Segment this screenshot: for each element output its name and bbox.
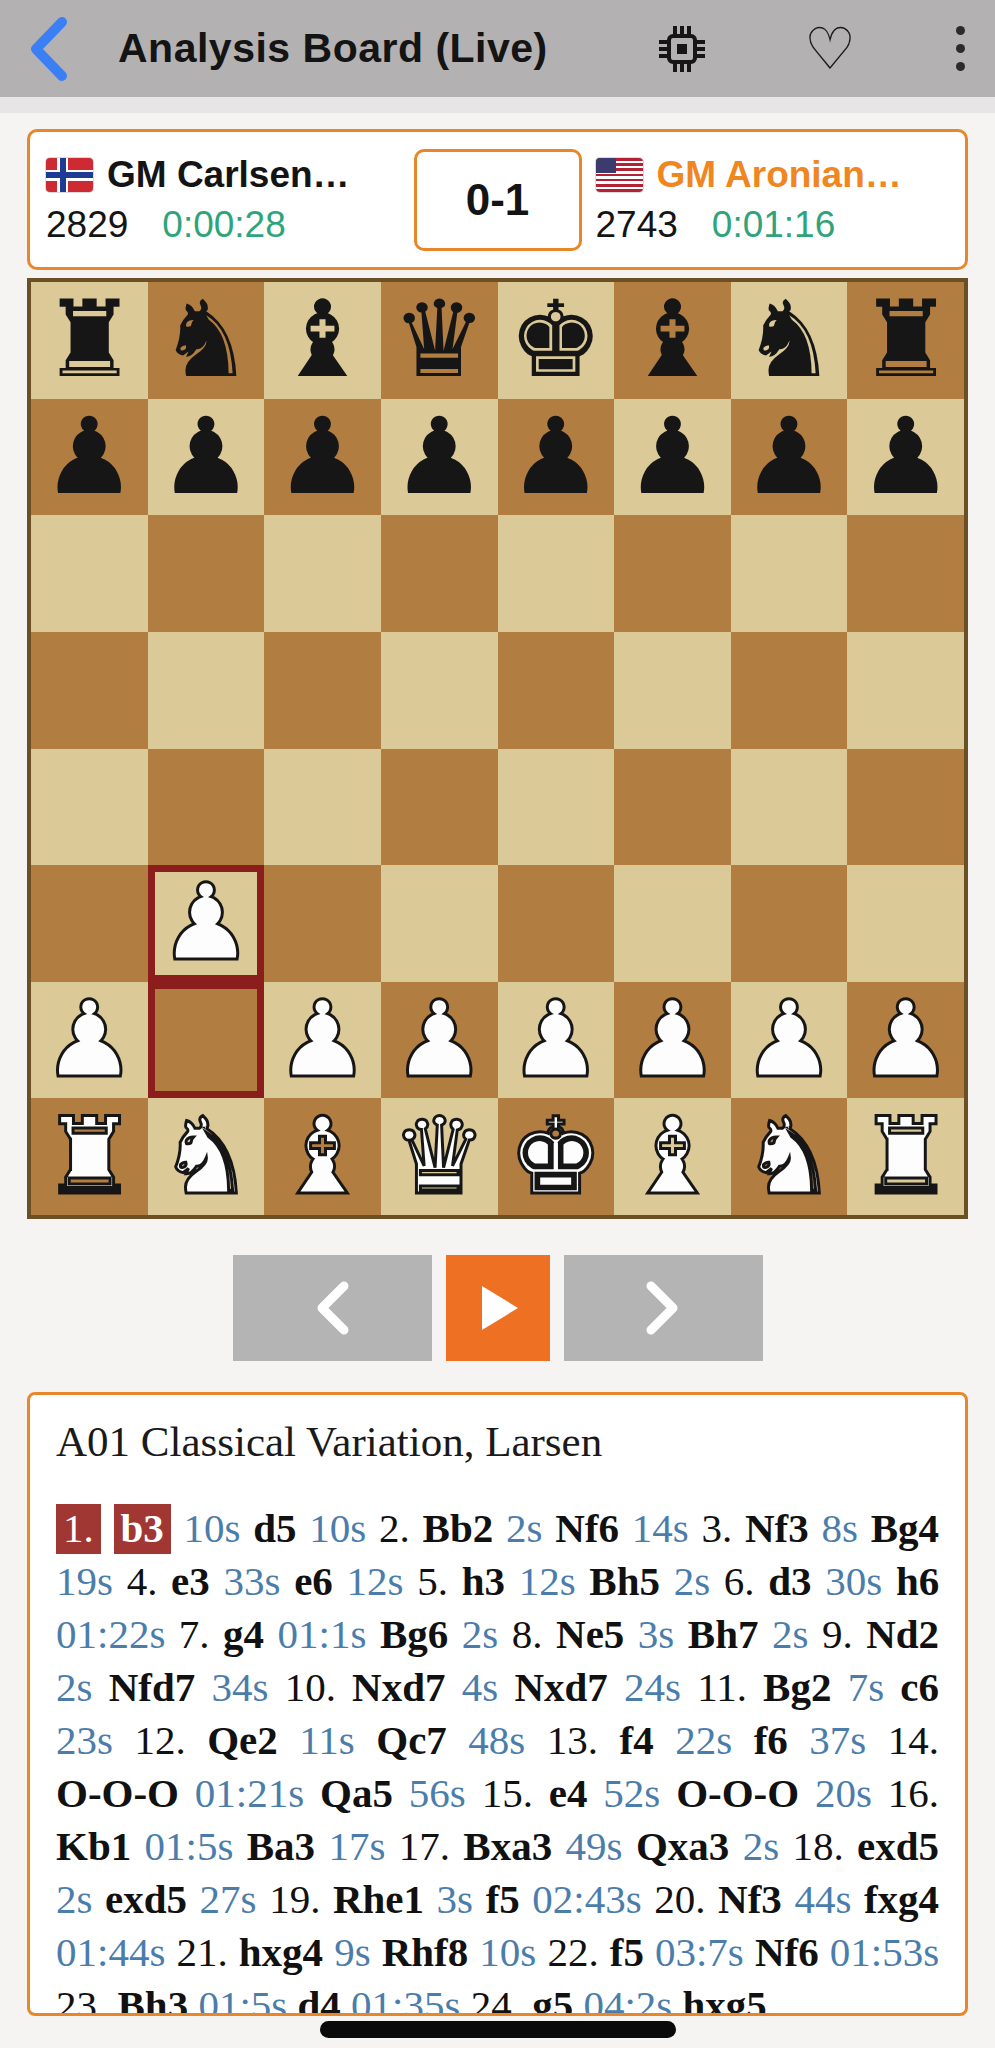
move-token[interactable]: 04:2s [583, 1982, 672, 2016]
square-d7[interactable]: ♟ [381, 399, 498, 516]
move-token[interactable]: g5 [532, 1982, 573, 2016]
square-b1[interactable]: ♞ [148, 1098, 265, 1215]
square-a2[interactable]: ♟ [31, 982, 148, 1099]
square-d6[interactable] [381, 515, 498, 632]
move-token[interactable]: 01:35s [351, 1982, 460, 2016]
move-token[interactable]: 52s [603, 1770, 660, 1816]
move-token[interactable]: 4. [127, 1558, 158, 1604]
move-token[interactable]: 02:43s [532, 1876, 641, 1922]
move-token[interactable]: 2s [462, 1611, 498, 1657]
overflow-menu-icon [956, 26, 965, 35]
piece-white-king[interactable]: ♚ [508, 1104, 603, 1210]
move-token[interactable]: 13. [547, 1717, 598, 1763]
next-move-button[interactable] [564, 1255, 763, 1361]
piece-black-rook[interactable]: ♜ [42, 287, 137, 393]
square-e8[interactable]: ♚ [498, 282, 615, 399]
engine-button[interactable] [656, 23, 708, 75]
move-token[interactable]: Nxd7 [514, 1664, 607, 1710]
move-token[interactable]: Bb2 [423, 1505, 494, 1551]
square-h1[interactable]: ♜ [847, 1098, 964, 1215]
move-token[interactable]: f6 [754, 1717, 788, 1763]
move-token[interactable]: 44s [794, 1876, 851, 1922]
move-token[interactable]: h6 [896, 1558, 939, 1604]
square-g3[interactable] [731, 865, 848, 982]
piece-white-pawn[interactable]: ♟ [508, 987, 603, 1093]
back-chevron-icon [26, 16, 70, 82]
move-navigation [0, 1255, 995, 1361]
move-token[interactable]: c6 [900, 1664, 939, 1710]
move-token[interactable]: d5 [253, 1505, 296, 1551]
piece-white-rook[interactable]: ♜ [42, 1104, 137, 1210]
move-token[interactable]: 01:21s [195, 1770, 304, 1816]
move-token[interactable]: Rhf8 [382, 1929, 469, 1975]
move-token[interactable]: Nfd7 [109, 1664, 196, 1710]
move-token[interactable]: 23. [56, 1982, 107, 2016]
move-token[interactable]: 12. [134, 1717, 185, 1763]
piece-white-pawn[interactable]: ♟ [742, 987, 837, 1093]
white-player-clock: 0:00:28 [162, 204, 285, 246]
square-h2[interactable]: ♟ [847, 982, 964, 1099]
square-g8[interactable]: ♞ [731, 282, 848, 399]
black-player-rating: 2743 [596, 204, 678, 246]
square-h3[interactable] [847, 865, 964, 982]
analysis-panel: A01 Classical Variation, Larsen 1. b3 10… [27, 1392, 968, 2016]
piece-white-knight[interactable]: ♞ [158, 1104, 253, 1210]
white-player-info: GM Carlsen… 2829 0:00:28 [46, 142, 400, 257]
move-token[interactable]: Bxa3 [463, 1823, 552, 1869]
square-a1[interactable]: ♜ [31, 1098, 148, 1215]
piece-white-queen[interactable]: ♛ [392, 1104, 487, 1210]
square-g2[interactable]: ♟ [731, 982, 848, 1099]
move-token[interactable]: exd5 [105, 1876, 187, 1922]
move-token[interactable]: O-O-O [676, 1770, 799, 1816]
square-f4[interactable] [614, 749, 731, 866]
move-token[interactable]: 19. [269, 1876, 320, 1922]
move-token[interactable]: Bg2 [763, 1664, 831, 1710]
square-b5[interactable] [148, 632, 265, 749]
piece-black-rook[interactable]: ♜ [858, 287, 953, 393]
square-h8[interactable]: ♜ [847, 282, 964, 399]
move-token[interactable]: 15. [482, 1770, 533, 1816]
move-token[interactable]: Nf3 [745, 1505, 809, 1551]
move-token[interactable]: 2s [743, 1823, 779, 1869]
square-c1[interactable]: ♝ [264, 1098, 381, 1215]
square-g7[interactable]: ♟ [731, 399, 848, 516]
move-token[interactable]: 01:1s [278, 1611, 367, 1657]
square-h6[interactable] [847, 515, 964, 632]
move-token[interactable]: 34s [211, 1664, 268, 1710]
square-a7[interactable]: ♟ [31, 399, 148, 516]
move-token[interactable]: 48s [468, 1717, 525, 1763]
game-result-box: 0-1 [414, 149, 582, 251]
square-e6[interactable] [498, 515, 615, 632]
square-b2[interactable] [148, 982, 265, 1099]
square-e3[interactable] [498, 865, 615, 982]
chess-board[interactable]: ♜♞♝♛♚♝♞♜♟♟♟♟♟♟♟♟♟♟♟♟♟♟♟♟♜♞♝♛♚♝♞♜ [27, 278, 968, 1219]
move-token[interactable]: b3 [114, 1504, 171, 1554]
black-player-info: GM Aronian… 2743 0:01:16 [596, 142, 950, 257]
play-icon [476, 1283, 520, 1333]
move-token[interactable]: fxg4 [864, 1876, 939, 1922]
square-c3[interactable] [264, 865, 381, 982]
move-token[interactable]: 01:22s [56, 1611, 165, 1657]
move-token[interactable]: Qe2 [207, 1717, 278, 1763]
piece-black-pawn[interactable]: ♟ [625, 404, 720, 510]
square-d3[interactable] [381, 865, 498, 982]
move-token[interactable]: Bh3 [118, 1982, 189, 2016]
move-token[interactable]: 3s [437, 1876, 473, 1922]
piece-white-pawn[interactable]: ♟ [625, 987, 720, 1093]
square-a8[interactable]: ♜ [31, 282, 148, 399]
move-token[interactable]: 9s [334, 1929, 370, 1975]
favorite-button[interactable]: ♡ [804, 20, 856, 78]
square-h5[interactable] [847, 632, 964, 749]
back-button[interactable] [26, 16, 76, 82]
move-token[interactable]: 4s [462, 1664, 498, 1710]
square-a6[interactable] [31, 515, 148, 632]
piece-white-rook[interactable]: ♜ [858, 1104, 953, 1210]
move-token[interactable]: 24s [624, 1664, 681, 1710]
white-player-name: GM Carlsen… [107, 154, 350, 196]
move-token[interactable]: 7s [848, 1664, 884, 1710]
move-token[interactable]: 18. [792, 1823, 843, 1869]
move-token[interactable]: 2s [56, 1664, 92, 1710]
move-token[interactable]: d3 [768, 1558, 811, 1604]
move-token[interactable]: 16. [888, 1770, 939, 1816]
square-b3[interactable]: ♟ [148, 865, 265, 982]
move-token[interactable]: 7. [179, 1611, 210, 1657]
move-token[interactable]: 12s [519, 1558, 576, 1604]
move-token[interactable]: Qc7 [376, 1717, 447, 1763]
move-token[interactable]: 2. [379, 1505, 410, 1551]
overflow-menu-button[interactable] [952, 22, 969, 75]
piece-black-pawn[interactable]: ♟ [392, 404, 487, 510]
move-token[interactable]: 10. [285, 1664, 336, 1710]
move-token[interactable]: 01:5s [198, 1982, 287, 2016]
piece-white-pawn[interactable]: ♟ [858, 987, 953, 1093]
piece-black-bishop[interactable]: ♝ [625, 287, 720, 393]
move-token[interactable]: Nf3 [718, 1876, 782, 1922]
move-token[interactable]: 17. [399, 1823, 450, 1869]
move-token[interactable]: Bh5 [589, 1558, 660, 1604]
engine-chip-icon [656, 23, 708, 75]
piece-white-bishop[interactable]: ♝ [625, 1104, 720, 1210]
move-token[interactable]: 3s [638, 1611, 674, 1657]
move-token[interactable]: 20. [654, 1876, 705, 1922]
move-token[interactable]: 6. [724, 1558, 755, 1604]
home-indicator[interactable] [320, 2021, 676, 2038]
move-token[interactable]: 11s [299, 1717, 354, 1763]
square-d1[interactable]: ♛ [381, 1098, 498, 1215]
square-d5[interactable] [381, 632, 498, 749]
square-c6[interactable] [264, 515, 381, 632]
move-token[interactable]: Qa5 [320, 1770, 393, 1816]
move-token[interactable]: 17s [328, 1823, 385, 1869]
square-c7[interactable]: ♟ [264, 399, 381, 516]
square-d2[interactable]: ♟ [381, 982, 498, 1099]
top-navigation-bar: Analysis Board (Live) ♡ [0, 0, 995, 97]
piece-white-pawn[interactable]: ♟ [392, 987, 487, 1093]
move-token[interactable]: 2s [772, 1611, 808, 1657]
move-token[interactable]: 12s [347, 1558, 404, 1604]
square-b6[interactable] [148, 515, 265, 632]
piece-black-pawn[interactable]: ♟ [742, 404, 837, 510]
move-token[interactable]: h3 [462, 1558, 505, 1604]
square-b7[interactable]: ♟ [148, 399, 265, 516]
move-token[interactable]: 23s [56, 1717, 113, 1763]
move-token[interactable]: 24. [471, 1982, 522, 2016]
piece-black-pawn[interactable]: ♟ [275, 404, 370, 510]
move-token[interactable]: 10s [309, 1505, 366, 1551]
piece-white-pawn[interactable]: ♟ [158, 870, 253, 976]
square-a4[interactable] [31, 749, 148, 866]
square-c5[interactable] [264, 632, 381, 749]
square-f1[interactable]: ♝ [614, 1098, 731, 1215]
move-token[interactable]: Ne5 [556, 1611, 624, 1657]
move-token[interactable]: 49s [566, 1823, 623, 1869]
move-token[interactable]: 37s [809, 1717, 866, 1763]
square-c8[interactable]: ♝ [264, 282, 381, 399]
move-token[interactable]: 10s [184, 1505, 241, 1551]
move-token[interactable]: Nd2 [866, 1611, 939, 1657]
move-token[interactable]: Nf6 [755, 1929, 819, 1975]
move-token[interactable]: 14s [632, 1505, 689, 1551]
move-token[interactable]: 11. [697, 1664, 747, 1710]
norway-flag-icon [46, 158, 93, 192]
square-f2[interactable]: ♟ [614, 982, 731, 1099]
square-h4[interactable] [847, 749, 964, 866]
move-token[interactable]: 19s [56, 1558, 113, 1604]
move-token[interactable]: 14. [888, 1717, 939, 1763]
move-token[interactable]: 2s [674, 1558, 710, 1604]
move-token[interactable]: 22. [547, 1929, 598, 1975]
piece-black-pawn[interactable]: ♟ [858, 404, 953, 510]
square-e1[interactable]: ♚ [498, 1098, 615, 1215]
move-token[interactable]: Qxa3 [636, 1823, 729, 1869]
square-e2[interactable]: ♟ [498, 982, 615, 1099]
previous-move-button[interactable] [233, 1255, 432, 1361]
players-panel: GM Carlsen… 2829 0:00:28 0-1 GM Aronian…… [27, 129, 968, 270]
square-g5[interactable] [731, 632, 848, 749]
move-list: 1. b3 10s d5 10s 2. Bb2 2s Nf6 14s 3. Nf… [56, 1502, 939, 2016]
square-d4[interactable] [381, 749, 498, 866]
move-token[interactable]: 27s [200, 1876, 257, 1922]
move-token[interactable]: e6 [294, 1558, 333, 1604]
move-token[interactable]: 8s [821, 1505, 857, 1551]
piece-black-knight[interactable]: ♞ [742, 287, 837, 393]
move-token[interactable]: d4 [298, 1982, 341, 2016]
square-f8[interactable]: ♝ [614, 282, 731, 399]
move-token[interactable]: 33s [223, 1558, 280, 1604]
move-token[interactable]: 9. [822, 1611, 853, 1657]
square-a5[interactable] [31, 632, 148, 749]
move-token[interactable]: 01:53s [830, 1929, 939, 1975]
move-token[interactable]: 2s [506, 1505, 542, 1551]
square-e4[interactable] [498, 749, 615, 866]
square-g1[interactable]: ♞ [731, 1098, 848, 1215]
square-c2[interactable]: ♟ [264, 982, 381, 1099]
move-token[interactable]: 22s [675, 1717, 732, 1763]
white-player-rating: 2829 [46, 204, 128, 246]
move-token[interactable]: hxg5 [683, 1982, 767, 2016]
move-token[interactable]: Rhe1 [333, 1876, 424, 1922]
move-token[interactable]: 56s [409, 1770, 466, 1816]
move-token[interactable]: Ba3 [247, 1823, 315, 1869]
usa-flag-icon [596, 158, 643, 192]
move-token[interactable]: 1. [56, 1504, 101, 1554]
square-f3[interactable] [614, 865, 731, 982]
move-token[interactable]: 8. [512, 1611, 543, 1657]
move-token[interactable]: O-O-O [56, 1770, 179, 1816]
square-e5[interactable] [498, 632, 615, 749]
move-token[interactable]: 01:44s [56, 1929, 165, 1975]
move-token[interactable]: 5. [417, 1558, 448, 1604]
move-token[interactable]: g4 [223, 1611, 264, 1657]
move-token[interactable]: 30s [825, 1558, 882, 1604]
square-e7[interactable]: ♟ [498, 399, 615, 516]
square-b8[interactable]: ♞ [148, 282, 265, 399]
piece-black-bishop[interactable]: ♝ [275, 287, 370, 393]
move-token[interactable]: hxg4 [239, 1929, 323, 1975]
square-a3[interactable] [31, 865, 148, 982]
piece-black-pawn[interactable]: ♟ [42, 404, 137, 510]
move-token[interactable]: Nf6 [555, 1505, 619, 1551]
move-token[interactable]: e3 [171, 1558, 210, 1604]
move-token[interactable]: e4 [549, 1770, 588, 1816]
square-d8[interactable]: ♛ [381, 282, 498, 399]
black-player-name: GM Aronian… [657, 154, 902, 196]
square-f6[interactable] [614, 515, 731, 632]
move-token[interactable]: 3. [701, 1505, 732, 1551]
piece-white-pawn[interactable]: ♟ [275, 987, 370, 1093]
move-token[interactable]: 21. [176, 1929, 227, 1975]
move-token[interactable]: 2s [56, 1876, 92, 1922]
move-token[interactable]: Nxd7 [352, 1664, 445, 1710]
move-token[interactable]: f5 [486, 1876, 520, 1922]
square-g4[interactable] [731, 749, 848, 866]
black-player-clock: 0:01:16 [712, 204, 835, 246]
square-c4[interactable] [264, 749, 381, 866]
move-token[interactable]: 20s [815, 1770, 872, 1816]
square-g6[interactable] [731, 515, 848, 632]
move-token[interactable]: 03:7s [655, 1929, 744, 1975]
piece-white-bishop[interactable]: ♝ [275, 1104, 370, 1210]
piece-white-knight[interactable]: ♞ [742, 1104, 837, 1210]
chevron-right-icon [643, 1280, 683, 1336]
chevron-left-icon [312, 1280, 352, 1336]
page-title: Analysis Board (Live) [118, 25, 548, 72]
move-token[interactable]: exd5 [857, 1823, 939, 1869]
play-button[interactable] [446, 1255, 550, 1361]
piece-black-pawn[interactable]: ♟ [158, 404, 253, 510]
heart-icon: ♡ [804, 20, 856, 78]
piece-black-pawn[interactable]: ♟ [508, 404, 603, 510]
opening-name: A01 Classical Variation, Larsen [56, 1417, 939, 1466]
move-token[interactable]: Kb1 [56, 1823, 131, 1869]
piece-black-knight[interactable]: ♞ [158, 287, 253, 393]
piece-black-king[interactable]: ♚ [508, 287, 603, 393]
square-f7[interactable]: ♟ [614, 399, 731, 516]
move-token[interactable]: f5 [610, 1929, 644, 1975]
square-b4[interactable] [148, 749, 265, 866]
move-token[interactable]: Bg4 [871, 1505, 939, 1551]
piece-black-queen[interactable]: ♛ [392, 287, 487, 393]
move-token[interactable]: f4 [620, 1717, 654, 1763]
piece-white-pawn[interactable]: ♟ [42, 987, 137, 1093]
move-token[interactable]: Bg6 [380, 1611, 448, 1657]
square-f5[interactable] [614, 632, 731, 749]
move-token[interactable]: Bh7 [688, 1611, 759, 1657]
square-h7[interactable]: ♟ [847, 399, 964, 516]
move-token[interactable]: 10s [479, 1929, 536, 1975]
topbar-divider [0, 97, 995, 113]
move-token[interactable]: 01:5s [145, 1823, 234, 1869]
